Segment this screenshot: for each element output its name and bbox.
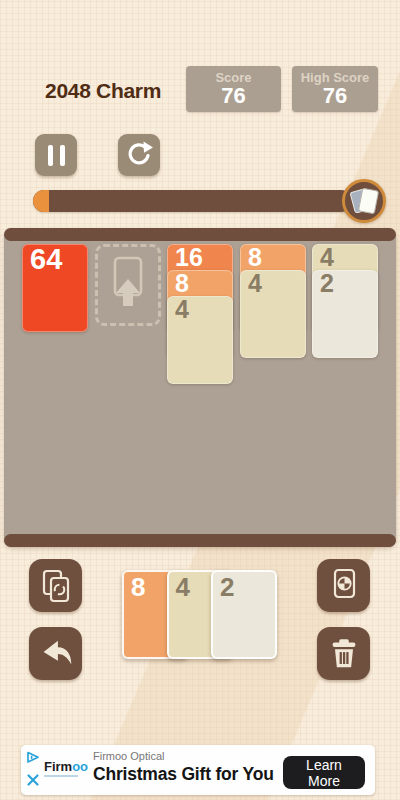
card-front-icon	[358, 188, 379, 215]
trash-icon	[325, 635, 363, 673]
hand-card-2[interactable]: 2	[211, 570, 277, 659]
empty-slot[interactable]	[95, 244, 161, 326]
board-column[interactable]: 64	[22, 244, 88, 532]
game-board: 64 1684 84 42	[4, 228, 396, 547]
board-top-bar	[4, 228, 396, 241]
trash-button[interactable]	[317, 627, 370, 680]
pause-button[interactable]	[35, 134, 77, 176]
progress-bar	[33, 190, 352, 212]
adchoices-icon[interactable]	[26, 751, 40, 764]
ad-subtitle: Firmoo Optical	[93, 750, 165, 762]
board-bottom-bar	[4, 534, 396, 547]
board-column[interactable]: 84	[240, 244, 306, 532]
board-card-2[interactable]: 2	[312, 270, 378, 358]
screen: 2048 Charm Score 76 High Score 76 64	[0, 0, 400, 800]
ad-logo: Firmoo	[44, 759, 88, 774]
hand: 842	[122, 570, 282, 662]
close-icon[interactable]	[26, 773, 40, 787]
board-column[interactable]: 42	[312, 244, 378, 532]
high-score-box: High Score 76	[292, 66, 378, 112]
board-card-64[interactable]: 64	[22, 244, 88, 332]
high-score-value: 76	[292, 85, 378, 107]
undo-button[interactable]	[29, 627, 82, 680]
progress-fill	[33, 190, 49, 212]
swap-cards-button[interactable]	[29, 559, 82, 612]
page-title: 2048 Charm	[45, 79, 161, 103]
board-card-4[interactable]: 4	[240, 270, 306, 358]
restart-icon	[124, 140, 154, 170]
ad-banner: Firmoo Firmoo Optical Christmas Gift for…	[21, 745, 375, 795]
ad-headline: Christmas Gift for You	[93, 764, 274, 785]
restart-button[interactable]	[118, 134, 160, 176]
learn-more-button[interactable]: Learn More	[283, 756, 365, 789]
score-box: Score 76	[186, 66, 281, 112]
deck-badge[interactable]	[342, 179, 386, 223]
board-card-4[interactable]: 4	[167, 296, 233, 384]
ad-logo-tagline	[44, 775, 78, 777]
wild-card-button[interactable]	[317, 559, 370, 612]
score-value: 76	[186, 85, 281, 107]
pause-icon	[48, 145, 65, 166]
undo-icon	[35, 633, 77, 675]
draw-arrow-icon	[99, 248, 157, 322]
wild-card-icon	[324, 566, 364, 606]
board-column[interactable]	[95, 244, 161, 532]
board-column[interactable]: 1684	[167, 244, 233, 532]
swap-cards-icon	[36, 566, 76, 606]
